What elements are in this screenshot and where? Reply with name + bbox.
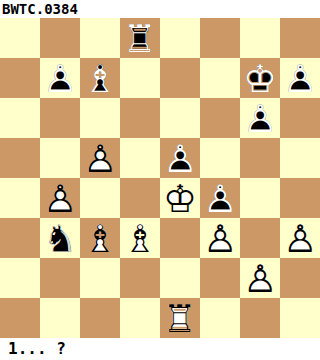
piece-outline-black-rook: ♖ [120,18,160,58]
square-f5[interactable] [200,138,240,178]
piece-outline-black-bishop: ♗ [80,58,120,98]
square-d7[interactable] [120,58,160,98]
square-h2[interactable] [280,258,320,298]
piece-outline-white-bishop: ♗ [80,218,120,258]
square-a6[interactable] [0,98,40,138]
square-h4[interactable] [280,178,320,218]
square-a8[interactable] [0,18,40,58]
piece-outline-black-pawn: ♙ [240,98,280,138]
square-e2[interactable] [160,258,200,298]
square-g4[interactable] [240,178,280,218]
square-h3[interactable]: ♟♙ [280,218,320,258]
square-e3[interactable] [160,218,200,258]
square-b5[interactable] [40,138,80,178]
square-a3[interactable] [0,218,40,258]
square-g8[interactable] [240,18,280,58]
diagram-title: BWTC.0384 [0,0,320,18]
square-h8[interactable] [280,18,320,58]
square-d6[interactable] [120,98,160,138]
square-c1[interactable] [80,298,120,338]
piece-outline-black-pawn: ♙ [200,178,240,218]
square-b4[interactable]: ♟♙ [40,178,80,218]
piece-outline-white-king: ♔ [160,178,200,218]
square-f4[interactable]: ♟♙ [200,178,240,218]
square-c6[interactable] [80,98,120,138]
square-f8[interactable] [200,18,240,58]
square-b3[interactable]: ♞♘ [40,218,80,258]
piece-outline-black-pawn: ♙ [40,58,80,98]
square-g2[interactable]: ♟♙ [240,258,280,298]
square-d3[interactable]: ♝♗ [120,218,160,258]
square-d1[interactable] [120,298,160,338]
square-e6[interactable] [160,98,200,138]
piece-outline-black-pawn: ♙ [160,138,200,178]
square-b6[interactable] [40,98,80,138]
piece-outline-white-pawn: ♙ [240,258,280,298]
square-b7[interactable]: ♟♙ [40,58,80,98]
square-c5[interactable]: ♟♙ [80,138,120,178]
square-g7[interactable]: ♚♔ [240,58,280,98]
square-d5[interactable] [120,138,160,178]
piece-outline-white-rook: ♖ [160,298,200,338]
square-e1[interactable]: ♜♖ [160,298,200,338]
square-d4[interactable] [120,178,160,218]
square-g6[interactable]: ♟♙ [240,98,280,138]
square-d2[interactable] [120,258,160,298]
square-f6[interactable] [200,98,240,138]
piece-outline-black-king: ♔ [240,58,280,98]
square-c4[interactable] [80,178,120,218]
square-f2[interactable] [200,258,240,298]
square-b8[interactable] [40,18,80,58]
square-d8[interactable]: ♜♖ [120,18,160,58]
square-g3[interactable] [240,218,280,258]
piece-outline-white-pawn: ♙ [40,178,80,218]
square-c8[interactable] [80,18,120,58]
square-h6[interactable] [280,98,320,138]
square-c2[interactable] [80,258,120,298]
chess-board: ♜♖♟♙♝♗♚♔♟♙♟♙♟♙♟♙♟♙♚♔♟♙♞♘♝♗♝♗♟♙♟♙♟♙♜♖ [0,18,320,338]
square-a5[interactable] [0,138,40,178]
square-f3[interactable]: ♟♙ [200,218,240,258]
square-h7[interactable]: ♟♙ [280,58,320,98]
square-a7[interactable] [0,58,40,98]
square-e7[interactable] [160,58,200,98]
piece-outline-white-pawn: ♙ [80,138,120,178]
square-a2[interactable] [0,258,40,298]
square-g1[interactable] [240,298,280,338]
square-b2[interactable] [40,258,80,298]
square-a1[interactable] [0,298,40,338]
piece-outline-black-pawn: ♙ [280,58,320,98]
square-f1[interactable] [200,298,240,338]
square-e8[interactable] [160,18,200,58]
square-h1[interactable] [280,298,320,338]
square-b1[interactable] [40,298,80,338]
square-c7[interactable]: ♝♗ [80,58,120,98]
piece-outline-white-pawn: ♙ [200,218,240,258]
square-e5[interactable]: ♟♙ [160,138,200,178]
square-h5[interactable] [280,138,320,178]
move-prompt: 1... ? [0,338,320,360]
square-c3[interactable]: ♝♗ [80,218,120,258]
square-f7[interactable] [200,58,240,98]
piece-outline-white-bishop: ♗ [120,218,160,258]
piece-outline-black-knight: ♘ [40,218,80,258]
square-e4[interactable]: ♚♔ [160,178,200,218]
square-a4[interactable] [0,178,40,218]
square-g5[interactable] [240,138,280,178]
piece-outline-white-pawn: ♙ [280,218,320,258]
